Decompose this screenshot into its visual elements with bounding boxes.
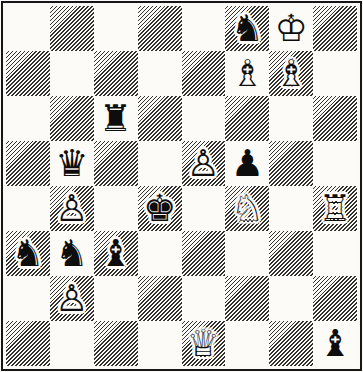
square-e1[interactable]: ♕ xyxy=(182,321,226,366)
square-g8[interactable]: ♔ xyxy=(269,6,313,51)
square-h4[interactable]: ♖ xyxy=(313,186,357,231)
square-a8[interactable] xyxy=(6,6,50,51)
square-f7[interactable]: ♗ xyxy=(225,51,269,96)
square-d6[interactable] xyxy=(138,96,182,141)
piece-white-bishop-f7[interactable]: ♗ xyxy=(231,55,264,92)
square-a1[interactable] xyxy=(6,321,50,366)
square-h3[interactable] xyxy=(313,231,357,276)
piece-black-bishop-h1[interactable]: ♝ xyxy=(318,325,351,362)
chess-board: ♞♔♗♗♜♛♙♟♙♚♘♖♞♞♝♙♕♝ xyxy=(1,1,362,371)
piece-black-pawn-f5[interactable]: ♟ xyxy=(231,145,264,182)
square-h8[interactable] xyxy=(313,6,357,51)
square-c3[interactable]: ♝ xyxy=(94,231,138,276)
square-b2[interactable]: ♙ xyxy=(50,276,94,321)
square-a4[interactable] xyxy=(6,186,50,231)
piece-white-king-g8[interactable]: ♔ xyxy=(275,10,308,47)
piece-black-rook-c6[interactable]: ♜ xyxy=(99,100,132,137)
piece-black-knight-b3[interactable]: ♞ xyxy=(55,235,88,272)
square-a3[interactable]: ♞ xyxy=(6,231,50,276)
square-f3[interactable] xyxy=(225,231,269,276)
piece-white-rook-h4[interactable]: ♖ xyxy=(318,190,351,227)
square-b5[interactable]: ♛ xyxy=(50,141,94,186)
square-f8[interactable]: ♞ xyxy=(225,6,269,51)
square-h6[interactable] xyxy=(313,96,357,141)
piece-black-king-d4[interactable]: ♚ xyxy=(143,190,176,227)
square-b4[interactable]: ♙ xyxy=(50,186,94,231)
square-d3[interactable] xyxy=(138,231,182,276)
square-a5[interactable] xyxy=(6,141,50,186)
piece-black-knight-a3[interactable]: ♞ xyxy=(11,235,44,272)
piece-black-knight-f8[interactable]: ♞ xyxy=(231,10,264,47)
piece-white-knight-f4[interactable]: ♘ xyxy=(231,190,264,227)
square-h7[interactable] xyxy=(313,51,357,96)
square-e8[interactable] xyxy=(182,6,226,51)
square-c2[interactable] xyxy=(94,276,138,321)
square-d8[interactable] xyxy=(138,6,182,51)
square-f4[interactable]: ♘ xyxy=(225,186,269,231)
square-e2[interactable] xyxy=(182,276,226,321)
square-d4[interactable]: ♚ xyxy=(138,186,182,231)
square-h1[interactable]: ♝ xyxy=(313,321,357,366)
square-g5[interactable] xyxy=(269,141,313,186)
square-c7[interactable] xyxy=(94,51,138,96)
square-h5[interactable] xyxy=(313,141,357,186)
chess-board-grid: ♞♔♗♗♜♛♙♟♙♚♘♖♞♞♝♙♕♝ xyxy=(6,6,357,366)
square-f1[interactable] xyxy=(225,321,269,366)
square-d1[interactable] xyxy=(138,321,182,366)
square-a7[interactable] xyxy=(6,51,50,96)
square-c4[interactable] xyxy=(94,186,138,231)
square-e4[interactable] xyxy=(182,186,226,231)
square-e3[interactable] xyxy=(182,231,226,276)
square-e7[interactable] xyxy=(182,51,226,96)
square-h2[interactable] xyxy=(313,276,357,321)
square-c6[interactable]: ♜ xyxy=(94,96,138,141)
square-d5[interactable] xyxy=(138,141,182,186)
piece-black-bishop-c3[interactable]: ♝ xyxy=(99,235,132,272)
square-a6[interactable] xyxy=(6,96,50,141)
square-g2[interactable] xyxy=(269,276,313,321)
square-b3[interactable]: ♞ xyxy=(50,231,94,276)
chess-diagram: ♞♔♗♗♜♛♙♟♙♚♘♖♞♞♝♙♕♝ xyxy=(0,0,363,372)
square-g1[interactable] xyxy=(269,321,313,366)
square-b1[interactable] xyxy=(50,321,94,366)
square-a2[interactable] xyxy=(6,276,50,321)
square-c8[interactable] xyxy=(94,6,138,51)
piece-white-bishop-g7[interactable]: ♗ xyxy=(275,55,308,92)
square-c5[interactable] xyxy=(94,141,138,186)
square-f5[interactable]: ♟ xyxy=(225,141,269,186)
piece-black-queen-b5[interactable]: ♛ xyxy=(55,145,88,182)
square-g7[interactable]: ♗ xyxy=(269,51,313,96)
square-g4[interactable] xyxy=(269,186,313,231)
square-f2[interactable] xyxy=(225,276,269,321)
square-f6[interactable] xyxy=(225,96,269,141)
piece-white-pawn-b4[interactable]: ♙ xyxy=(55,190,88,227)
piece-white-pawn-b2[interactable]: ♙ xyxy=(55,280,88,317)
square-g6[interactable] xyxy=(269,96,313,141)
square-d2[interactable] xyxy=(138,276,182,321)
piece-white-pawn-e5[interactable]: ♙ xyxy=(187,145,220,182)
square-g3[interactable] xyxy=(269,231,313,276)
square-b7[interactable] xyxy=(50,51,94,96)
square-d7[interactable] xyxy=(138,51,182,96)
square-b8[interactable] xyxy=(50,6,94,51)
piece-white-queen-e1[interactable]: ♕ xyxy=(187,325,220,362)
square-c1[interactable] xyxy=(94,321,138,366)
square-b6[interactable] xyxy=(50,96,94,141)
square-e5[interactable]: ♙ xyxy=(182,141,226,186)
square-e6[interactable] xyxy=(182,96,226,141)
